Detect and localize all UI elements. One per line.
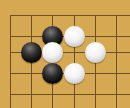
white-stone[interactable] [64, 26, 85, 47]
grid-line-horizontal-0 [10, 15, 130, 16]
white-stone[interactable] [42, 42, 63, 63]
grid-line-vertical-5 [116, 15, 117, 108]
grid-line-vertical-0 [10, 15, 11, 108]
go-board[interactable] [0, 0, 130, 108]
black-stone[interactable] [42, 63, 63, 84]
grid-line-horizontal-4 [10, 94, 130, 95]
white-stone[interactable] [85, 42, 106, 63]
black-stone[interactable] [21, 42, 42, 63]
white-stone[interactable] [64, 63, 85, 84]
